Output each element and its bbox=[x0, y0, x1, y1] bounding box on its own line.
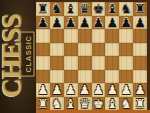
piece-white-bishop-c1[interactable]: ♝ bbox=[65, 97, 76, 111]
piece-white-rook-a1[interactable]: ♜ bbox=[37, 97, 48, 111]
square-e1[interactable]: ♚ bbox=[92, 97, 106, 111]
piece-black-bishop-f8[interactable]: ♝ bbox=[107, 2, 118, 16]
square-b5[interactable] bbox=[50, 43, 64, 57]
piece-black-pawn-e7[interactable]: ♟ bbox=[93, 16, 104, 30]
square-h4[interactable] bbox=[133, 56, 147, 70]
square-a2[interactable]: ♟ bbox=[36, 83, 50, 97]
piece-black-rook-h8[interactable]: ♜ bbox=[134, 2, 145, 16]
square-h7[interactable]: ♟ bbox=[133, 16, 147, 30]
square-g3[interactable] bbox=[119, 70, 133, 84]
chess-classic-app: CHESS CLASSIC ♜♞♝♛♚♝♞♜♟♟♟♟♟♟♟♟♟♟♟♟♟♟♟♟♜♞… bbox=[0, 0, 150, 113]
piece-white-king-e1[interactable]: ♚ bbox=[93, 97, 104, 111]
piece-black-pawn-c7[interactable]: ♟ bbox=[65, 16, 76, 30]
square-d4[interactable] bbox=[78, 56, 92, 70]
square-d8[interactable]: ♛ bbox=[78, 2, 92, 16]
board-bottom-border bbox=[36, 110, 150, 113]
square-h1[interactable]: ♜ bbox=[133, 97, 147, 111]
square-a1[interactable]: ♜ bbox=[36, 97, 50, 111]
square-h3[interactable] bbox=[133, 70, 147, 84]
square-e2[interactable]: ♟ bbox=[92, 83, 106, 97]
piece-black-rook-a8[interactable]: ♜ bbox=[37, 2, 48, 16]
app-title-classic-box: CLASSIC bbox=[20, 31, 35, 76]
square-d6[interactable] bbox=[78, 29, 92, 43]
piece-black-king-e8[interactable]: ♚ bbox=[93, 2, 104, 16]
piece-black-bishop-c8[interactable]: ♝ bbox=[65, 2, 76, 16]
square-c5[interactable] bbox=[64, 43, 78, 57]
sidebar: CHESS CLASSIC bbox=[0, 0, 36, 113]
square-a5[interactable] bbox=[36, 43, 50, 57]
board-frame: ♜♞♝♛♚♝♞♜♟♟♟♟♟♟♟♟♟♟♟♟♟♟♟♟♜♞♝♛♚♝♞♜ bbox=[36, 0, 150, 113]
square-g5[interactable] bbox=[119, 43, 133, 57]
square-b4[interactable] bbox=[50, 56, 64, 70]
square-d7[interactable]: ♟ bbox=[78, 16, 92, 30]
square-b6[interactable] bbox=[50, 29, 64, 43]
square-f3[interactable] bbox=[105, 70, 119, 84]
square-c6[interactable] bbox=[64, 29, 78, 43]
square-a4[interactable] bbox=[36, 56, 50, 70]
piece-black-pawn-h7[interactable]: ♟ bbox=[134, 16, 145, 30]
piece-white-rook-h1[interactable]: ♜ bbox=[134, 97, 145, 111]
square-a8[interactable]: ♜ bbox=[36, 2, 50, 16]
piece-white-pawn-h2[interactable]: ♟ bbox=[134, 83, 145, 97]
square-f2[interactable]: ♟ bbox=[105, 83, 119, 97]
square-f8[interactable]: ♝ bbox=[105, 2, 119, 16]
square-c7[interactable]: ♟ bbox=[64, 16, 78, 30]
square-c1[interactable]: ♝ bbox=[64, 97, 78, 111]
square-c3[interactable] bbox=[64, 70, 78, 84]
square-b7[interactable]: ♟ bbox=[50, 16, 64, 30]
square-e8[interactable]: ♚ bbox=[92, 2, 106, 16]
square-a7[interactable]: ♟ bbox=[36, 16, 50, 30]
square-g2[interactable]: ♟ bbox=[119, 83, 133, 97]
square-b3[interactable] bbox=[50, 70, 64, 84]
square-h8[interactable]: ♜ bbox=[133, 2, 147, 16]
piece-black-pawn-g7[interactable]: ♟ bbox=[121, 16, 132, 30]
piece-white-pawn-g2[interactable]: ♟ bbox=[121, 83, 132, 97]
app-title-classic: CLASSIC bbox=[24, 35, 33, 72]
piece-white-pawn-f2[interactable]: ♟ bbox=[107, 83, 118, 97]
square-d2[interactable]: ♟ bbox=[78, 83, 92, 97]
square-f1[interactable]: ♝ bbox=[105, 97, 119, 111]
square-b2[interactable]: ♟ bbox=[50, 83, 64, 97]
square-e6[interactable] bbox=[92, 29, 106, 43]
chess-board: ♜♞♝♛♚♝♞♜♟♟♟♟♟♟♟♟♟♟♟♟♟♟♟♟♜♞♝♛♚♝♞♜ bbox=[36, 2, 147, 110]
piece-black-pawn-b7[interactable]: ♟ bbox=[51, 16, 62, 30]
piece-white-pawn-c2[interactable]: ♟ bbox=[65, 83, 76, 97]
square-f4[interactable] bbox=[105, 56, 119, 70]
square-e5[interactable] bbox=[92, 43, 106, 57]
piece-black-queen-d8[interactable]: ♛ bbox=[79, 2, 90, 16]
piece-white-knight-b1[interactable]: ♞ bbox=[51, 97, 62, 111]
square-g7[interactable]: ♟ bbox=[119, 16, 133, 30]
square-e7[interactable]: ♟ bbox=[92, 16, 106, 30]
square-c4[interactable] bbox=[64, 56, 78, 70]
square-g1[interactable]: ♞ bbox=[119, 97, 133, 111]
piece-white-pawn-b2[interactable]: ♟ bbox=[51, 83, 62, 97]
square-g4[interactable] bbox=[119, 56, 133, 70]
piece-white-pawn-e2[interactable]: ♟ bbox=[93, 83, 104, 97]
piece-white-knight-g1[interactable]: ♞ bbox=[121, 97, 132, 111]
square-d1[interactable]: ♛ bbox=[78, 97, 92, 111]
square-e3[interactable] bbox=[92, 70, 106, 84]
square-c2[interactable]: ♟ bbox=[64, 83, 78, 97]
piece-black-pawn-d7[interactable]: ♟ bbox=[79, 16, 90, 30]
square-b1[interactable]: ♞ bbox=[50, 97, 64, 111]
piece-black-pawn-a7[interactable]: ♟ bbox=[37, 16, 48, 30]
piece-black-knight-b8[interactable]: ♞ bbox=[51, 2, 62, 16]
square-f7[interactable]: ♟ bbox=[105, 16, 119, 30]
square-f6[interactable] bbox=[105, 29, 119, 43]
piece-black-pawn-f7[interactable]: ♟ bbox=[107, 16, 118, 30]
square-h5[interactable] bbox=[133, 43, 147, 57]
square-d5[interactable] bbox=[78, 43, 92, 57]
piece-white-queen-d1[interactable]: ♛ bbox=[79, 97, 90, 111]
piece-white-bishop-f1[interactable]: ♝ bbox=[107, 97, 118, 111]
square-b8[interactable]: ♞ bbox=[50, 2, 64, 16]
piece-black-knight-g8[interactable]: ♞ bbox=[121, 2, 132, 16]
square-g8[interactable]: ♞ bbox=[119, 2, 133, 16]
square-a3[interactable] bbox=[36, 70, 50, 84]
square-e4[interactable] bbox=[92, 56, 106, 70]
square-f5[interactable] bbox=[105, 43, 119, 57]
square-c8[interactable]: ♝ bbox=[64, 2, 78, 16]
square-d3[interactable] bbox=[78, 70, 92, 84]
square-a6[interactable] bbox=[36, 29, 50, 43]
piece-white-pawn-d2[interactable]: ♟ bbox=[79, 83, 90, 97]
square-h6[interactable] bbox=[133, 29, 147, 43]
piece-white-pawn-a2[interactable]: ♟ bbox=[37, 83, 48, 97]
square-h2[interactable]: ♟ bbox=[133, 83, 147, 97]
square-g6[interactable] bbox=[119, 29, 133, 43]
